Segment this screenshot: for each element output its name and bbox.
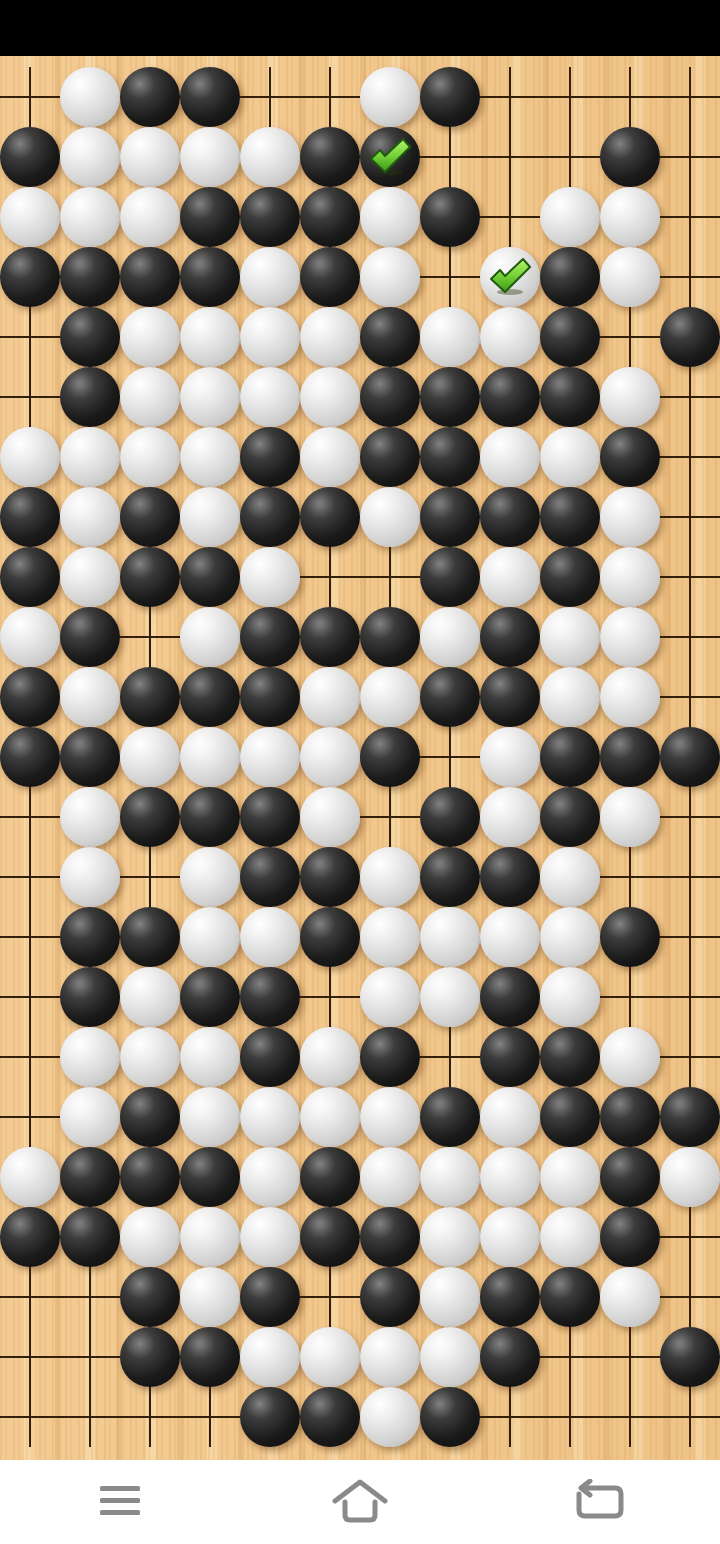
stone-white[interactable] bbox=[60, 67, 120, 127]
stone-white[interactable] bbox=[240, 367, 300, 427]
stone-black[interactable] bbox=[480, 607, 540, 667]
stone-white[interactable] bbox=[360, 1387, 420, 1447]
stone-white[interactable] bbox=[420, 1207, 480, 1267]
stone-white[interactable] bbox=[540, 1147, 600, 1207]
stone-white[interactable] bbox=[240, 1207, 300, 1267]
stone-black[interactable] bbox=[660, 307, 720, 367]
stone-black[interactable] bbox=[360, 727, 420, 787]
stone-black[interactable] bbox=[540, 547, 600, 607]
stone-black[interactable] bbox=[480, 847, 540, 907]
stone-black[interactable] bbox=[180, 1327, 240, 1387]
stone-white[interactable] bbox=[60, 787, 120, 847]
stone-white[interactable] bbox=[480, 247, 540, 307]
stone-black[interactable] bbox=[480, 1327, 540, 1387]
stone-white[interactable] bbox=[540, 1207, 600, 1267]
stone-black[interactable] bbox=[420, 427, 480, 487]
stone-white[interactable] bbox=[180, 1267, 240, 1327]
stone-black[interactable] bbox=[300, 1387, 360, 1447]
stone-white[interactable] bbox=[360, 1087, 420, 1147]
stone-white[interactable] bbox=[600, 187, 660, 247]
stone-white[interactable] bbox=[540, 907, 600, 967]
stone-white[interactable] bbox=[600, 607, 660, 667]
stone-black[interactable] bbox=[300, 1147, 360, 1207]
stone-black[interactable] bbox=[240, 847, 300, 907]
stone-white[interactable] bbox=[300, 1027, 360, 1087]
stone-black[interactable] bbox=[420, 847, 480, 907]
stone-white[interactable] bbox=[480, 1147, 540, 1207]
stone-white[interactable] bbox=[240, 307, 300, 367]
stone-white[interactable] bbox=[420, 1147, 480, 1207]
stone-black[interactable] bbox=[0, 727, 60, 787]
stone-black[interactable] bbox=[480, 1267, 540, 1327]
stone-black[interactable] bbox=[420, 1387, 480, 1447]
stone-black[interactable] bbox=[60, 607, 120, 667]
stone-white[interactable] bbox=[480, 787, 540, 847]
stone-black[interactable] bbox=[120, 1267, 180, 1327]
stone-black[interactable] bbox=[120, 1087, 180, 1147]
stone-white[interactable] bbox=[360, 847, 420, 907]
stone-black[interactable] bbox=[180, 547, 240, 607]
stone-white[interactable] bbox=[600, 547, 660, 607]
stone-white[interactable] bbox=[420, 967, 480, 1027]
stone-black[interactable] bbox=[240, 1027, 300, 1087]
stone-white[interactable] bbox=[180, 1087, 240, 1147]
stone-white[interactable] bbox=[0, 607, 60, 667]
stone-black[interactable] bbox=[420, 487, 480, 547]
stone-black[interactable] bbox=[360, 127, 420, 187]
stone-white[interactable] bbox=[360, 667, 420, 727]
stone-black[interactable] bbox=[300, 127, 360, 187]
stone-black[interactable] bbox=[540, 247, 600, 307]
stone-white[interactable] bbox=[540, 667, 600, 727]
stone-white[interactable] bbox=[240, 907, 300, 967]
stone-black[interactable] bbox=[480, 1027, 540, 1087]
stone-white[interactable] bbox=[540, 427, 600, 487]
stone-black[interactable] bbox=[0, 247, 60, 307]
stone-black[interactable] bbox=[420, 187, 480, 247]
stone-white[interactable] bbox=[180, 847, 240, 907]
stone-white[interactable] bbox=[180, 607, 240, 667]
stone-black[interactable] bbox=[540, 1267, 600, 1327]
stone-black[interactable] bbox=[300, 247, 360, 307]
stone-white[interactable] bbox=[600, 247, 660, 307]
stone-white[interactable] bbox=[60, 127, 120, 187]
stone-white[interactable] bbox=[120, 367, 180, 427]
stone-black[interactable] bbox=[120, 1327, 180, 1387]
stone-black[interactable] bbox=[0, 1207, 60, 1267]
stone-white[interactable] bbox=[480, 907, 540, 967]
stone-white[interactable] bbox=[120, 427, 180, 487]
stone-black[interactable] bbox=[120, 907, 180, 967]
status-bar bbox=[0, 0, 720, 56]
stone-black[interactable] bbox=[120, 1147, 180, 1207]
stone-black[interactable] bbox=[420, 367, 480, 427]
stone-black[interactable] bbox=[660, 1327, 720, 1387]
stone-black[interactable] bbox=[420, 547, 480, 607]
stone-black[interactable] bbox=[540, 487, 600, 547]
stone-white[interactable] bbox=[120, 307, 180, 367]
stone-black[interactable] bbox=[600, 127, 660, 187]
stone-white[interactable] bbox=[600, 1027, 660, 1087]
stone-white[interactable] bbox=[660, 1147, 720, 1207]
stone-white[interactable] bbox=[0, 1147, 60, 1207]
stone-black[interactable] bbox=[240, 607, 300, 667]
stone-black[interactable] bbox=[300, 907, 360, 967]
stone-black[interactable] bbox=[300, 487, 360, 547]
stone-black[interactable] bbox=[540, 307, 600, 367]
stone-white[interactable] bbox=[540, 847, 600, 907]
stone-black[interactable] bbox=[240, 1387, 300, 1447]
stone-white[interactable] bbox=[360, 247, 420, 307]
stone-black[interactable] bbox=[600, 1147, 660, 1207]
stone-black[interactable] bbox=[540, 727, 600, 787]
stone-white[interactable] bbox=[540, 607, 600, 667]
stone-white[interactable] bbox=[360, 907, 420, 967]
stone-white[interactable] bbox=[0, 427, 60, 487]
stone-white[interactable] bbox=[120, 1207, 180, 1267]
stone-black[interactable] bbox=[360, 307, 420, 367]
stone-white[interactable] bbox=[120, 1027, 180, 1087]
stone-white[interactable] bbox=[480, 1087, 540, 1147]
stone-black[interactable] bbox=[180, 1147, 240, 1207]
stone-white[interactable] bbox=[60, 1087, 120, 1147]
stone-black[interactable] bbox=[120, 487, 180, 547]
stone-white[interactable] bbox=[480, 727, 540, 787]
stone-black[interactable] bbox=[60, 907, 120, 967]
stone-black[interactable] bbox=[600, 1207, 660, 1267]
stone-white[interactable] bbox=[180, 427, 240, 487]
stone-white[interactable] bbox=[300, 1327, 360, 1387]
stone-black[interactable] bbox=[60, 1147, 120, 1207]
stone-white[interactable] bbox=[300, 427, 360, 487]
stone-black[interactable] bbox=[240, 427, 300, 487]
stone-white[interactable] bbox=[240, 1087, 300, 1147]
stone-white[interactable] bbox=[60, 547, 120, 607]
back-button[interactable] bbox=[480, 1460, 720, 1544]
stone-black[interactable] bbox=[60, 727, 120, 787]
stone-black[interactable] bbox=[240, 487, 300, 547]
stone-black[interactable] bbox=[540, 787, 600, 847]
stone-white[interactable] bbox=[180, 907, 240, 967]
stone-white[interactable] bbox=[600, 1267, 660, 1327]
stone-black[interactable] bbox=[480, 487, 540, 547]
stone-black[interactable] bbox=[0, 547, 60, 607]
stone-black[interactable] bbox=[360, 427, 420, 487]
stone-white[interactable] bbox=[180, 1027, 240, 1087]
stone-black[interactable] bbox=[600, 727, 660, 787]
stone-white[interactable] bbox=[540, 967, 600, 1027]
stone-white[interactable] bbox=[120, 127, 180, 187]
stone-black[interactable] bbox=[120, 247, 180, 307]
stone-white[interactable] bbox=[60, 187, 120, 247]
stone-white[interactable] bbox=[360, 1147, 420, 1207]
stone-black[interactable] bbox=[360, 1207, 420, 1267]
stone-black[interactable] bbox=[180, 967, 240, 1027]
stone-black[interactable] bbox=[660, 1087, 720, 1147]
home-button[interactable] bbox=[240, 1460, 480, 1544]
stone-black[interactable] bbox=[480, 367, 540, 427]
stone-white[interactable] bbox=[180, 367, 240, 427]
stone-white[interactable] bbox=[0, 187, 60, 247]
stone-black[interactable] bbox=[420, 667, 480, 727]
stone-white[interactable] bbox=[240, 247, 300, 307]
stone-black[interactable] bbox=[420, 1087, 480, 1147]
stone-white[interactable] bbox=[240, 127, 300, 187]
stone-white[interactable] bbox=[240, 547, 300, 607]
stone-black[interactable] bbox=[60, 967, 120, 1027]
stone-black[interactable] bbox=[300, 187, 360, 247]
stone-black[interactable] bbox=[480, 667, 540, 727]
back-icon bbox=[573, 1479, 627, 1526]
stone-black[interactable] bbox=[0, 667, 60, 727]
stone-white[interactable] bbox=[420, 1327, 480, 1387]
stone-black[interactable] bbox=[180, 247, 240, 307]
stone-white[interactable] bbox=[180, 727, 240, 787]
stone-white[interactable] bbox=[480, 1207, 540, 1267]
stone-white[interactable] bbox=[420, 607, 480, 667]
stone-white[interactable] bbox=[420, 307, 480, 367]
stone-black[interactable] bbox=[660, 727, 720, 787]
stone-white[interactable] bbox=[480, 307, 540, 367]
stone-black[interactable] bbox=[480, 967, 540, 1027]
stone-black[interactable] bbox=[360, 1027, 420, 1087]
stone-black[interactable] bbox=[540, 367, 600, 427]
stone-white[interactable] bbox=[180, 487, 240, 547]
stone-black[interactable] bbox=[0, 487, 60, 547]
stone-white[interactable] bbox=[480, 427, 540, 487]
stone-black[interactable] bbox=[420, 67, 480, 127]
stone-black[interactable] bbox=[120, 547, 180, 607]
stone-black[interactable] bbox=[360, 607, 420, 667]
stone-white[interactable] bbox=[300, 367, 360, 427]
go-board[interactable] bbox=[0, 56, 720, 1460]
stone-white[interactable] bbox=[420, 907, 480, 967]
stone-white[interactable] bbox=[300, 307, 360, 367]
stone-white[interactable] bbox=[240, 727, 300, 787]
stone-white[interactable] bbox=[60, 487, 120, 547]
stone-black[interactable] bbox=[120, 67, 180, 127]
nav-bar bbox=[0, 1460, 720, 1544]
stone-black[interactable] bbox=[300, 847, 360, 907]
stone-white[interactable] bbox=[300, 727, 360, 787]
stone-black[interactable] bbox=[240, 1267, 300, 1327]
stone-white[interactable] bbox=[360, 487, 420, 547]
stone-white[interactable] bbox=[480, 547, 540, 607]
stone-white[interactable] bbox=[600, 667, 660, 727]
stone-black[interactable] bbox=[180, 667, 240, 727]
stone-black[interactable] bbox=[60, 247, 120, 307]
stone-white[interactable] bbox=[600, 367, 660, 427]
stone-black[interactable] bbox=[180, 67, 240, 127]
green-check-icon bbox=[368, 138, 412, 176]
stone-white[interactable] bbox=[360, 1327, 420, 1387]
stone-white[interactable] bbox=[360, 967, 420, 1027]
stone-black[interactable] bbox=[360, 1267, 420, 1327]
stone-black[interactable] bbox=[300, 607, 360, 667]
stone-black[interactable] bbox=[240, 667, 300, 727]
stone-white[interactable] bbox=[600, 487, 660, 547]
stone-white[interactable] bbox=[180, 127, 240, 187]
stone-black[interactable] bbox=[60, 1207, 120, 1267]
stone-white[interactable] bbox=[240, 1327, 300, 1387]
stone-white[interactable] bbox=[300, 1087, 360, 1147]
stone-white[interactable] bbox=[120, 727, 180, 787]
stone-white[interactable] bbox=[300, 667, 360, 727]
stone-white[interactable] bbox=[180, 307, 240, 367]
stone-black[interactable] bbox=[540, 1087, 600, 1147]
stone-white[interactable] bbox=[300, 787, 360, 847]
stone-white[interactable] bbox=[60, 1027, 120, 1087]
stone-white[interactable] bbox=[540, 187, 600, 247]
stone-black[interactable] bbox=[540, 1027, 600, 1087]
stone-white[interactable] bbox=[120, 187, 180, 247]
stone-white[interactable] bbox=[120, 967, 180, 1027]
stone-white[interactable] bbox=[60, 427, 120, 487]
stone-black[interactable] bbox=[180, 187, 240, 247]
stone-black[interactable] bbox=[420, 787, 480, 847]
stone-white[interactable] bbox=[360, 67, 420, 127]
stone-black[interactable] bbox=[240, 967, 300, 1027]
stone-white[interactable] bbox=[360, 187, 420, 247]
stone-black[interactable] bbox=[120, 667, 180, 727]
home-icon bbox=[332, 1478, 388, 1527]
menu-button[interactable] bbox=[0, 1460, 240, 1544]
stone-white[interactable] bbox=[420, 1267, 480, 1327]
stone-white[interactable] bbox=[180, 1207, 240, 1267]
stone-black[interactable] bbox=[600, 907, 660, 967]
stone-black[interactable] bbox=[600, 427, 660, 487]
stone-black[interactable] bbox=[60, 367, 120, 427]
green-check-icon bbox=[488, 258, 532, 296]
stone-black[interactable] bbox=[240, 187, 300, 247]
phone-screen bbox=[0, 0, 720, 1544]
stone-white[interactable] bbox=[60, 667, 120, 727]
stone-black[interactable] bbox=[300, 1207, 360, 1267]
stone-black[interactable] bbox=[0, 127, 60, 187]
stone-white[interactable] bbox=[60, 847, 120, 907]
stone-white[interactable] bbox=[600, 787, 660, 847]
menu-icon bbox=[94, 1479, 146, 1526]
stone-black[interactable] bbox=[600, 1087, 660, 1147]
stone-black[interactable] bbox=[60, 307, 120, 367]
stone-black[interactable] bbox=[180, 787, 240, 847]
stone-white[interactable] bbox=[240, 1147, 300, 1207]
stone-black[interactable] bbox=[360, 367, 420, 427]
stone-black[interactable] bbox=[240, 787, 300, 847]
stone-black[interactable] bbox=[120, 787, 180, 847]
